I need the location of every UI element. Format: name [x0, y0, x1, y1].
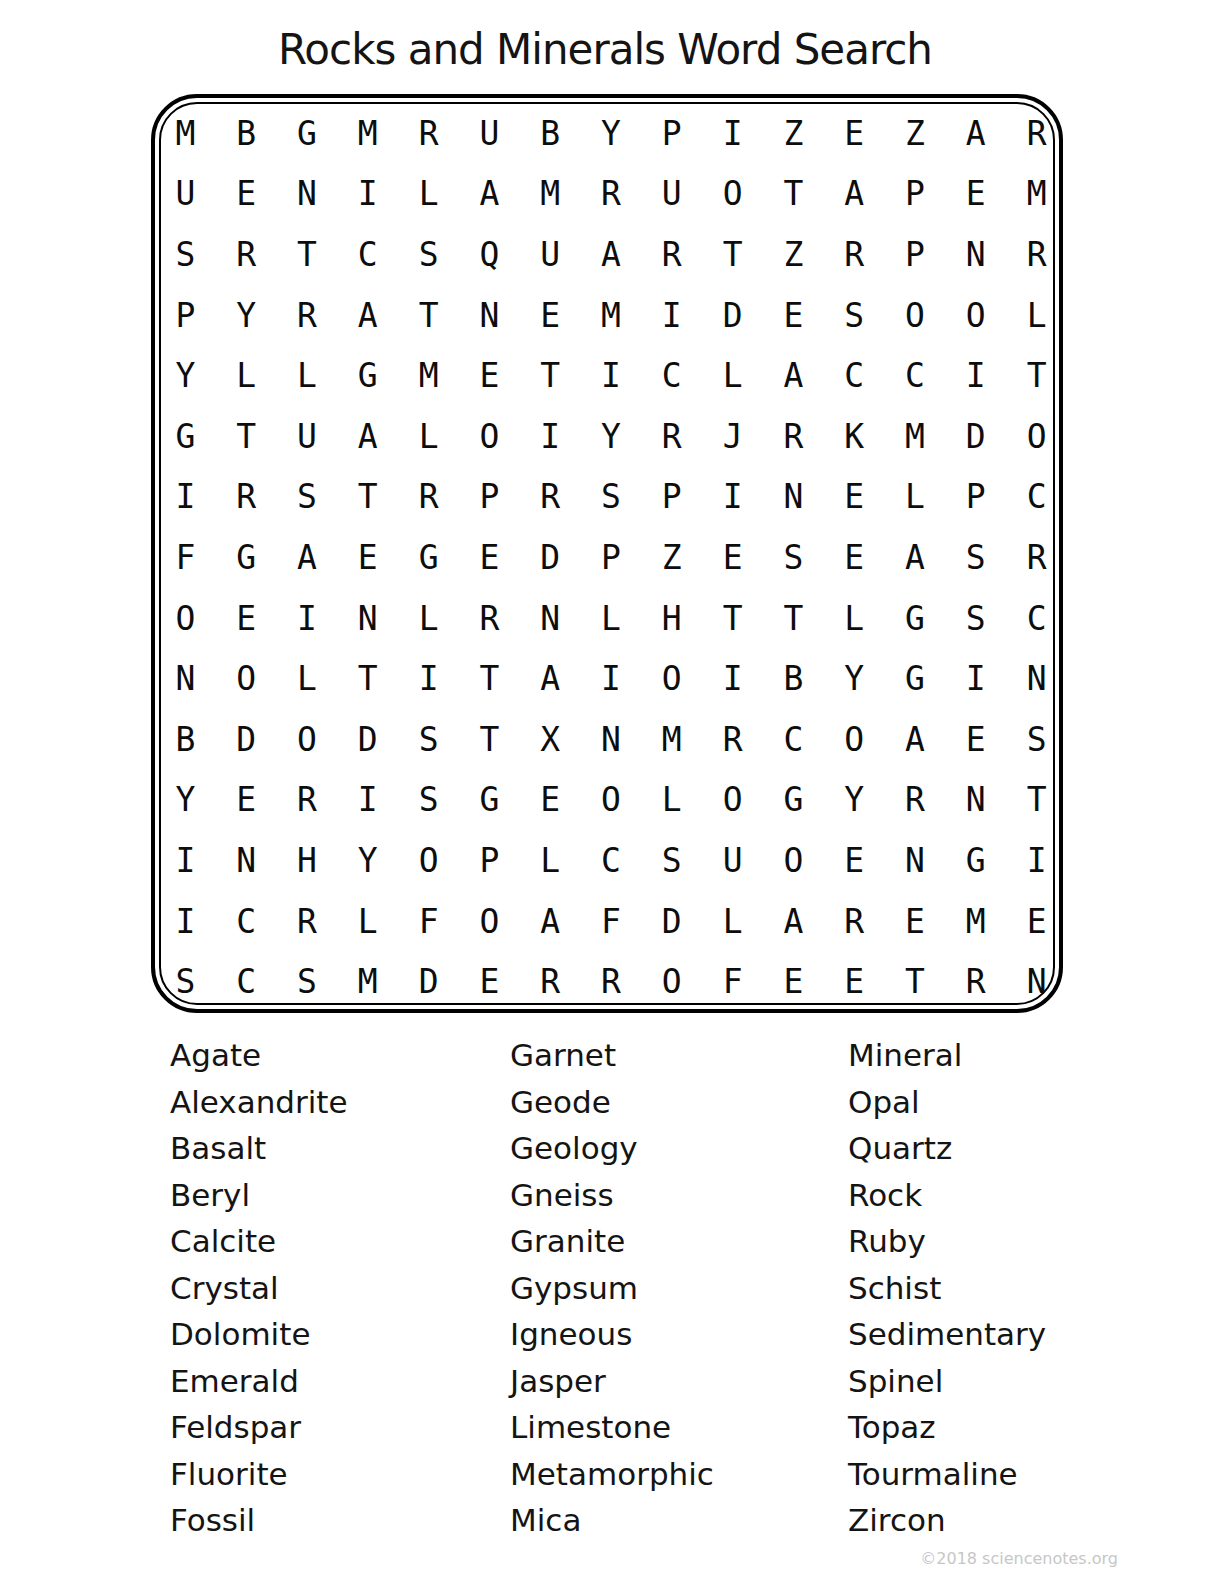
word-item: Gneiss — [510, 1172, 714, 1219]
grid-cell-r8c15[interactable]: R — [1006, 527, 1067, 588]
grid-cell-r3c4[interactable]: C — [337, 224, 398, 285]
grid-cell-r7c13[interactable]: L — [885, 467, 946, 528]
word-item: Igneous — [510, 1311, 714, 1358]
grid-cell-r8c12[interactable]: E — [824, 527, 885, 588]
grid-cell-r7c4[interactable]: T — [337, 467, 398, 528]
grid-cell-r5c14[interactable]: I — [945, 345, 1006, 406]
grid-cell-r1c9[interactable]: P — [641, 103, 702, 164]
grid-cell-r10c4[interactable]: T — [337, 648, 398, 709]
grid-cell-r10c6[interactable]: T — [459, 648, 520, 709]
grid-cell-r8c6[interactable]: E — [459, 527, 520, 588]
grid-cell-r15c2[interactable]: C — [216, 951, 277, 1012]
grid-cell-r9c7[interactable]: N — [520, 588, 581, 649]
grid-cell-r12c12[interactable]: Y — [824, 770, 885, 831]
word-item: Crystal — [170, 1265, 348, 1312]
grid-cell-r2c5[interactable]: L — [398, 164, 459, 225]
grid-cell-r6c11[interactable]: R — [763, 406, 824, 467]
grid-cell-r13c6[interactable]: P — [459, 830, 520, 891]
grid-cell-r13c9[interactable]: S — [641, 830, 702, 891]
grid-cell-r11c15[interactable]: S — [1006, 709, 1067, 770]
grid-cell-r15c1[interactable]: S — [155, 951, 216, 1012]
grid-cell-r7c11[interactable]: N — [763, 467, 824, 528]
grid-cell-r7c15[interactable]: C — [1006, 467, 1067, 528]
grid-cell-r14c10[interactable]: L — [702, 891, 763, 952]
word-item: Beryl — [170, 1172, 348, 1219]
word-item: Mica — [510, 1497, 714, 1544]
word-item: Emerald — [170, 1358, 348, 1405]
grid-cell-r10c13[interactable]: G — [885, 648, 946, 709]
grid-cell-r3c6[interactable]: Q — [459, 224, 520, 285]
grid-cell-r1c8[interactable]: Y — [581, 103, 642, 164]
grid-cell-r11c6[interactable]: T — [459, 709, 520, 770]
grid-cell-r13c3[interactable]: H — [277, 830, 338, 891]
grid-cell-r7c3[interactable]: S — [277, 467, 338, 528]
grid-cell-r9c10[interactable]: T — [702, 588, 763, 649]
grid-cell-r8c9[interactable]: Z — [641, 527, 702, 588]
grid-cell-r8c4[interactable]: E — [337, 527, 398, 588]
grid-cell-r11c5[interactable]: S — [398, 709, 459, 770]
grid-cell-r2c7[interactable]: M — [520, 164, 581, 225]
grid-cell-r2c12[interactable]: A — [824, 164, 885, 225]
grid-cell-r14c6[interactable]: O — [459, 891, 520, 952]
grid-cell-r9c3[interactable]: I — [277, 588, 338, 649]
grid-cell-r12c15[interactable]: T — [1006, 770, 1067, 831]
word-item: Rock — [848, 1172, 1046, 1219]
grid-cell-r10c14[interactable]: I — [945, 648, 1006, 709]
grid-cell-r9c2[interactable]: E — [216, 588, 277, 649]
grid-cell-r3c1[interactable]: S — [155, 224, 216, 285]
grid-cell-r10c9[interactable]: O — [641, 648, 702, 709]
grid-cell-r14c13[interactable]: E — [885, 891, 946, 952]
word-item: Mineral — [848, 1032, 1046, 1079]
grid-cell-r7c5[interactable]: R — [398, 467, 459, 528]
grid-cell-r3c5[interactable]: S — [398, 224, 459, 285]
grid-cell-r15c7[interactable]: R — [520, 951, 581, 1012]
grid-cell-r10c2[interactable]: O — [216, 648, 277, 709]
grid-cell-r2c11[interactable]: T — [763, 164, 824, 225]
grid-cell-r5c10[interactable]: L — [702, 345, 763, 406]
grid-cell-r7c1[interactable]: I — [155, 467, 216, 528]
word-item: Agate — [170, 1032, 348, 1079]
grid-cell-r4c15[interactable]: L — [1006, 285, 1067, 346]
grid-cell-r3c13[interactable]: P — [885, 224, 946, 285]
grid-cell-r2c10[interactable]: O — [702, 164, 763, 225]
grid-cell-r1c2[interactable]: B — [216, 103, 277, 164]
grid-cell-r9c9[interactable]: H — [641, 588, 702, 649]
grid-cell-r6c1[interactable]: G — [155, 406, 216, 467]
grid-cell-r14c8[interactable]: F — [581, 891, 642, 952]
word-item: Granite — [510, 1218, 714, 1265]
grid-cell-r2c14[interactable]: E — [945, 164, 1006, 225]
grid-cell-r2c1[interactable]: U — [155, 164, 216, 225]
grid-cell-r4c4[interactable]: A — [337, 285, 398, 346]
grid-cell-r9c11[interactable]: T — [763, 588, 824, 649]
grid-cell-r10c12[interactable]: Y — [824, 648, 885, 709]
grid-cell-r9c13[interactable]: G — [885, 588, 946, 649]
grid-cell-r12c8[interactable]: O — [581, 770, 642, 831]
grid-cell-r15c3[interactable]: S — [277, 951, 338, 1012]
grid-cell-r12c14[interactable]: N — [945, 770, 1006, 831]
word-item: Fossil — [170, 1497, 348, 1544]
grid-cell-r14c9[interactable]: D — [641, 891, 702, 952]
grid-cell-r5c4[interactable]: G — [337, 345, 398, 406]
grid-cell-r13c4[interactable]: Y — [337, 830, 398, 891]
grid-cell-r11c14[interactable]: E — [945, 709, 1006, 770]
grid-cell-r7c6[interactable]: P — [459, 467, 520, 528]
grid-cell-r9c14[interactable]: S — [945, 588, 1006, 649]
grid-cell-r9c5[interactable]: L — [398, 588, 459, 649]
grid-cell-r12c7[interactable]: E — [520, 770, 581, 831]
grid-cell-r10c8[interactable]: I — [581, 648, 642, 709]
grid-cell-r10c10[interactable]: I — [702, 648, 763, 709]
grid-cell-r4c3[interactable]: R — [277, 285, 338, 346]
grid-cell-r11c11[interactable]: C — [763, 709, 824, 770]
grid-cell-r9c8[interactable]: L — [581, 588, 642, 649]
grid-cell-r3c2[interactable]: R — [216, 224, 277, 285]
grid-cell-r8c5[interactable]: G — [398, 527, 459, 588]
grid-cell-r13c12[interactable]: E — [824, 830, 885, 891]
grid-cell-r10c11[interactable]: B — [763, 648, 824, 709]
grid-cell-r9c12[interactable]: L — [824, 588, 885, 649]
word-item: Feldspar — [170, 1404, 348, 1451]
grid-cell-r4c9[interactable]: I — [641, 285, 702, 346]
grid-cell-r8c14[interactable]: S — [945, 527, 1006, 588]
grid-cell-r2c4[interactable]: I — [337, 164, 398, 225]
word-item: Jasper — [510, 1358, 714, 1405]
grid-cell-r8c11[interactable]: S — [763, 527, 824, 588]
grid-cell-r15c4[interactable]: M — [337, 951, 398, 1012]
grid-cell-r15c15[interactable]: N — [1006, 951, 1067, 1012]
grid-cell-r7c12[interactable]: E — [824, 467, 885, 528]
grid-cell-r6c15[interactable]: O — [1006, 406, 1067, 467]
grid-cell-r11c12[interactable]: O — [824, 709, 885, 770]
grid-cell-r14c7[interactable]: A — [520, 891, 581, 952]
word-item: Zircon — [848, 1497, 1046, 1544]
grid-cell-r14c15[interactable]: E — [1006, 891, 1067, 952]
grid-cell-r4c14[interactable]: O — [945, 285, 1006, 346]
grid-cell-r2c9[interactable]: U — [641, 164, 702, 225]
copyright-notice: ©2018 sciencenotes.org — [0, 1549, 1118, 1569]
word-item: Opal — [848, 1079, 1046, 1126]
grid-cell-r10c1[interactable]: N — [155, 648, 216, 709]
grid-cell-r3c8[interactable]: A — [581, 224, 642, 285]
word-item: Tourmaline — [848, 1451, 1046, 1498]
word-item: Dolomite — [170, 1311, 348, 1358]
grid-cell-r12c3[interactable]: R — [277, 770, 338, 831]
word-item: Alexandrite — [170, 1079, 348, 1126]
grid-cell-r2c6[interactable]: A — [459, 164, 520, 225]
grid-cell-r14c12[interactable]: R — [824, 891, 885, 952]
grid-cell-r7c9[interactable]: P — [641, 467, 702, 528]
grid-cell-r11c9[interactable]: M — [641, 709, 702, 770]
grid-cell-r5c11[interactable]: A — [763, 345, 824, 406]
grid-cell-r13c13[interactable]: N — [885, 830, 946, 891]
grid-cell-r12c9[interactable]: L — [641, 770, 702, 831]
grid-cell-r6c6[interactable]: O — [459, 406, 520, 467]
grid-cell-r13c10[interactable]: U — [702, 830, 763, 891]
grid-cell-r9c15[interactable]: C — [1006, 588, 1067, 649]
grid-cell-r5c1[interactable]: Y — [155, 345, 216, 406]
grid-cell-r4c1[interactable]: P — [155, 285, 216, 346]
grid-cell-r15c13[interactable]: T — [885, 951, 946, 1012]
grid-cell-r8c3[interactable]: A — [277, 527, 338, 588]
grid-cell-r15c6[interactable]: E — [459, 951, 520, 1012]
grid-cell-r4c12[interactable]: S — [824, 285, 885, 346]
grid-cell-r15c12[interactable]: E — [824, 951, 885, 1012]
grid-cell-r7c2[interactable]: R — [216, 467, 277, 528]
word-item: Schist — [848, 1265, 1046, 1312]
grid-cell-r10c3[interactable]: L — [277, 648, 338, 709]
grid-cell-r10c7[interactable]: A — [520, 648, 581, 709]
grid-cell-r11c10[interactable]: R — [702, 709, 763, 770]
grid-cell-r12c5[interactable]: S — [398, 770, 459, 831]
grid-cell-r4c8[interactable]: M — [581, 285, 642, 346]
grid-cell-r15c11[interactable]: E — [763, 951, 824, 1012]
grid-cell-r8c10[interactable]: E — [702, 527, 763, 588]
grid-cell-r9c6[interactable]: R — [459, 588, 520, 649]
grid-cell-r4c10[interactable]: D — [702, 285, 763, 346]
grid-cell-r6c7[interactable]: I — [520, 406, 581, 467]
grid-cell-r5c2[interactable]: L — [216, 345, 277, 406]
word-item: Quartz — [848, 1125, 1046, 1172]
grid-cell-r4c6[interactable]: N — [459, 285, 520, 346]
grid-cell-r1c15[interactable]: R — [1006, 103, 1067, 164]
grid-cell-r13c15[interactable]: I — [1006, 830, 1067, 891]
grid-cell-r7c14[interactable]: P — [945, 467, 1006, 528]
grid-cell-r15c9[interactable]: O — [641, 951, 702, 1012]
word-item: Metamorphic — [510, 1451, 714, 1498]
grid-cell-r3c11[interactable]: Z — [763, 224, 824, 285]
grid-cell-r9c4[interactable]: N — [337, 588, 398, 649]
grid-cell-r5c12[interactable]: C — [824, 345, 885, 406]
grid-cell-r6c2[interactable]: T — [216, 406, 277, 467]
grid-cell-r6c10[interactable]: J — [702, 406, 763, 467]
grid-cell-r2c3[interactable]: N — [277, 164, 338, 225]
grid-cell-r4c13[interactable]: O — [885, 285, 946, 346]
word-item: Sedimentary — [848, 1311, 1046, 1358]
grid-cell-r11c4[interactable]: D — [337, 709, 398, 770]
grid-cell-r6c14[interactable]: D — [945, 406, 1006, 467]
grid-cell-r13c7[interactable]: L — [520, 830, 581, 891]
grid-cell-r14c4[interactable]: L — [337, 891, 398, 952]
word-item: Ruby — [848, 1218, 1046, 1265]
grid-cell-r6c5[interactable]: L — [398, 406, 459, 467]
grid-cell-r6c9[interactable]: R — [641, 406, 702, 467]
grid-cell-r11c3[interactable]: O — [277, 709, 338, 770]
grid-cell-r14c14[interactable]: M — [945, 891, 1006, 952]
grid-cell-r13c11[interactable]: O — [763, 830, 824, 891]
grid-cell-r2c2[interactable]: E — [216, 164, 277, 225]
grid-cell-r1c13[interactable]: Z — [885, 103, 946, 164]
word-item: Calcite — [170, 1218, 348, 1265]
grid-cell-r15c5[interactable]: D — [398, 951, 459, 1012]
grid-cell-r12c6[interactable]: G — [459, 770, 520, 831]
grid-cell-r5c7[interactable]: T — [520, 345, 581, 406]
grid-cell-r13c1[interactable]: I — [155, 830, 216, 891]
grid-cell-r1c3[interactable]: G — [277, 103, 338, 164]
grid-cell-r12c2[interactable]: E — [216, 770, 277, 831]
grid-cell-r7c8[interactable]: S — [581, 467, 642, 528]
grid-cell-r5c6[interactable]: E — [459, 345, 520, 406]
grid-cell-r5c5[interactable]: M — [398, 345, 459, 406]
grid-cell-r4c7[interactable]: E — [520, 285, 581, 346]
grid-cell-r14c5[interactable]: F — [398, 891, 459, 952]
grid-cell-r12c4[interactable]: I — [337, 770, 398, 831]
grid-cell-r1c10[interactable]: I — [702, 103, 763, 164]
grid-cell-r13c14[interactable]: G — [945, 830, 1006, 891]
grid-cell-r8c8[interactable]: P — [581, 527, 642, 588]
grid-cell-r6c13[interactable]: M — [885, 406, 946, 467]
grid-cell-r12c13[interactable]: R — [885, 770, 946, 831]
grid-cell-r2c8[interactable]: R — [581, 164, 642, 225]
grid-cell-r11c7[interactable]: X — [520, 709, 581, 770]
grid-cell-r3c7[interactable]: U — [520, 224, 581, 285]
grid-cell-r12c10[interactable]: O — [702, 770, 763, 831]
grid-cell-r3c10[interactable]: T — [702, 224, 763, 285]
grid-cell-r15c8[interactable]: R — [581, 951, 642, 1012]
grid-cell-r1c11[interactable]: Z — [763, 103, 824, 164]
grid-cell-r5c8[interactable]: I — [581, 345, 642, 406]
grid-cell-r5c3[interactable]: L — [277, 345, 338, 406]
word-item: Geode — [510, 1079, 714, 1126]
word-item: Fluorite — [170, 1451, 348, 1498]
grid-cell-r3c3[interactable]: T — [277, 224, 338, 285]
grid-cell-r12c11[interactable]: G — [763, 770, 824, 831]
word-item: Garnet — [510, 1032, 714, 1079]
word-item: Basalt — [170, 1125, 348, 1172]
grid-cell-r12c1[interactable]: Y — [155, 770, 216, 831]
grid-cell-r6c4[interactable]: A — [337, 406, 398, 467]
grid-cell-r3c15[interactable]: R — [1006, 224, 1067, 285]
word-item: Gypsum — [510, 1265, 714, 1312]
grid-cell-r15c14[interactable]: R — [945, 951, 1006, 1012]
grid-cell-r13c8[interactable]: C — [581, 830, 642, 891]
word-item: Topaz — [848, 1404, 1046, 1451]
grid-cell-r14c2[interactable]: C — [216, 891, 277, 952]
word-item: Spinel — [848, 1358, 1046, 1405]
grid-cell-r4c11[interactable]: E — [763, 285, 824, 346]
grid-cell-r9c1[interactable]: O — [155, 588, 216, 649]
grid-cell-r14c1[interactable]: I — [155, 891, 216, 952]
grid-cell-r5c9[interactable]: C — [641, 345, 702, 406]
grid-cell-r6c8[interactable]: Y — [581, 406, 642, 467]
grid-cell-r11c1[interactable]: B — [155, 709, 216, 770]
grid-cell-r1c5[interactable]: R — [398, 103, 459, 164]
page-title: Rocks and Minerals Word Search — [0, 26, 1210, 74]
grid-cell-r8c7[interactable]: D — [520, 527, 581, 588]
grid-cell-r6c12[interactable]: K — [824, 406, 885, 467]
word-item: Limestone — [510, 1404, 714, 1451]
grid-cell-r14c3[interactable]: R — [277, 891, 338, 952]
grid-cell-r13c5[interactable]: O — [398, 830, 459, 891]
word-list-column-2: GarnetGeodeGeologyGneissGraniteGypsumIgn… — [510, 1032, 714, 1544]
grid-cell-r1c1[interactable]: M — [155, 103, 216, 164]
grid-cell-r8c13[interactable]: A — [885, 527, 946, 588]
grid-cell-r1c12[interactable]: E — [824, 103, 885, 164]
word-list-column-1: AgateAlexandriteBasaltBerylCalciteCrysta… — [170, 1032, 348, 1544]
grid-cell-r6c3[interactable]: U — [277, 406, 338, 467]
word-list-column-3: MineralOpalQuartzRockRubySchistSedimenta… — [848, 1032, 1046, 1544]
grid-cell-r2c13[interactable]: P — [885, 164, 946, 225]
grid-cell-r1c7[interactable]: B — [520, 103, 581, 164]
grid-cell-r3c12[interactable]: R — [824, 224, 885, 285]
grid-cell-r11c2[interactable]: D — [216, 709, 277, 770]
grid-cell-r13c2[interactable]: N — [216, 830, 277, 891]
grid-cell-r4c2[interactable]: Y — [216, 285, 277, 346]
grid-cell-r8c1[interactable]: F — [155, 527, 216, 588]
grid-cell-r11c13[interactable]: A — [885, 709, 946, 770]
grid-cell-r15c10[interactable]: F — [702, 951, 763, 1012]
grid-cell-r1c4[interactable]: M — [337, 103, 398, 164]
grid-cell-r7c10[interactable]: I — [702, 467, 763, 528]
grid-cell-r14c11[interactable]: A — [763, 891, 824, 952]
grid-cell-r2c15[interactable]: M — [1006, 164, 1067, 225]
grid-cell-r5c15[interactable]: T — [1006, 345, 1067, 406]
letter-grid: MBGMRUBYPIZEZARUENILAMRUOTAPEMSRTCSQUART… — [155, 103, 1067, 1012]
grid-cell-r3c14[interactable]: N — [945, 224, 1006, 285]
grid-cell-r5c13[interactable]: C — [885, 345, 946, 406]
grid-cell-r3c9[interactable]: R — [641, 224, 702, 285]
grid-cell-r10c15[interactable]: N — [1006, 648, 1067, 709]
grid-cell-r10c5[interactable]: I — [398, 648, 459, 709]
word-item: Geology — [510, 1125, 714, 1172]
grid-cell-r4c5[interactable]: T — [398, 285, 459, 346]
grid-cell-r7c7[interactable]: R — [520, 467, 581, 528]
grid-cell-r8c2[interactable]: G — [216, 527, 277, 588]
word-list: AgateAlexandriteBasaltBerylCalciteCrysta… — [0, 1032, 1224, 1552]
grid-cell-r1c14[interactable]: A — [945, 103, 1006, 164]
grid-cell-r11c8[interactable]: N — [581, 709, 642, 770]
grid-cell-r1c6[interactable]: U — [459, 103, 520, 164]
